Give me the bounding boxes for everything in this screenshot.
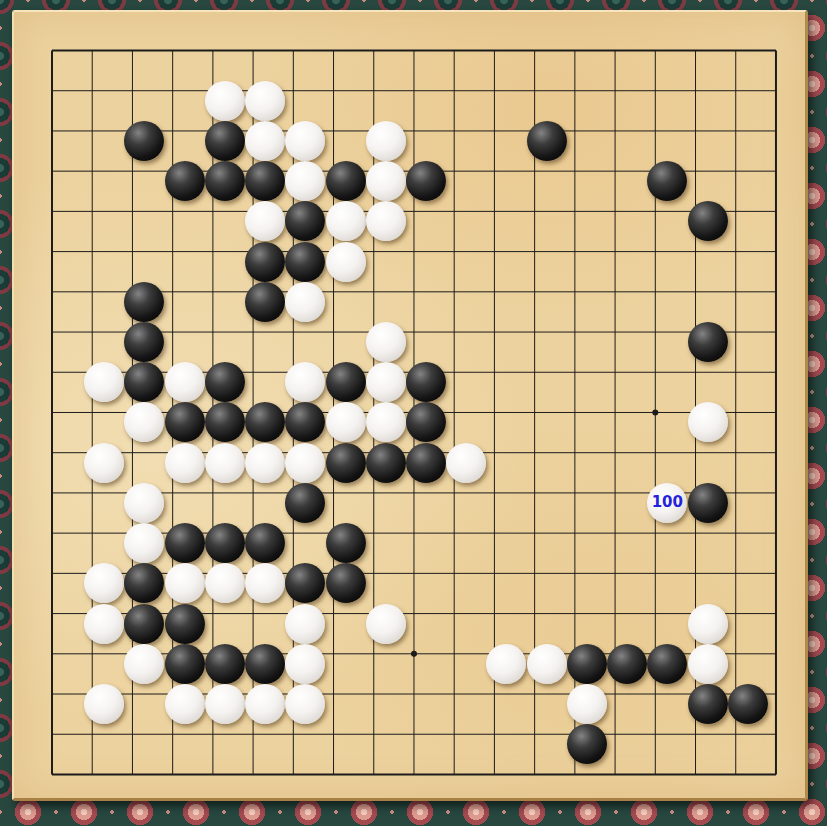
intersection[interactable] xyxy=(647,603,687,643)
intersection[interactable] xyxy=(647,563,687,603)
intersection[interactable] xyxy=(728,362,768,402)
white-stone xyxy=(366,121,406,161)
black-stone xyxy=(406,443,446,483)
intersection[interactable] xyxy=(124,81,164,121)
intersection[interactable] xyxy=(245,483,285,523)
intersection[interactable] xyxy=(567,523,607,563)
intersection[interactable] xyxy=(44,644,84,684)
intersection[interactable] xyxy=(205,724,245,764)
intersection[interactable] xyxy=(84,483,124,523)
intersection[interactable] xyxy=(165,201,205,241)
intersection[interactable] xyxy=(285,523,325,563)
intersection[interactable] xyxy=(446,40,486,80)
intersection xyxy=(84,603,124,643)
intersection[interactable] xyxy=(728,563,768,603)
intersection xyxy=(245,402,285,442)
white-stone xyxy=(326,242,366,282)
intersection[interactable] xyxy=(687,764,727,804)
intersection[interactable] xyxy=(325,724,365,764)
intersection[interactable] xyxy=(446,161,486,201)
intersection[interactable] xyxy=(486,201,526,241)
intersection[interactable] xyxy=(406,81,446,121)
intersection[interactable] xyxy=(567,603,607,643)
intersection[interactable] xyxy=(728,121,768,161)
intersection[interactable] xyxy=(527,764,567,804)
intersection[interactable] xyxy=(607,362,647,402)
intersection[interactable] xyxy=(486,241,526,281)
intersection xyxy=(124,322,164,362)
white-stone xyxy=(285,604,325,644)
intersection[interactable] xyxy=(567,362,607,402)
intersection[interactable] xyxy=(527,161,567,201)
intersection[interactable] xyxy=(527,603,567,643)
intersection[interactable] xyxy=(607,241,647,281)
intersection[interactable] xyxy=(44,201,84,241)
intersection[interactable] xyxy=(84,724,124,764)
intersection[interactable] xyxy=(446,644,486,684)
intersection[interactable] xyxy=(728,523,768,563)
intersection[interactable] xyxy=(406,483,446,523)
intersection[interactable] xyxy=(768,81,808,121)
intersection[interactable] xyxy=(406,282,446,322)
intersection[interactable] xyxy=(84,282,124,322)
black-stone xyxy=(165,161,205,201)
intersection[interactable] xyxy=(728,81,768,121)
intersection[interactable] xyxy=(486,563,526,603)
intersection[interactable] xyxy=(768,724,808,764)
intersection[interactable] xyxy=(325,81,365,121)
intersection[interactable] xyxy=(124,40,164,80)
black-stone xyxy=(326,443,366,483)
intersection[interactable] xyxy=(768,201,808,241)
intersection[interactable] xyxy=(647,121,687,161)
intersection[interactable] xyxy=(44,523,84,563)
intersection[interactable] xyxy=(245,362,285,402)
intersection[interactable] xyxy=(124,161,164,201)
intersection[interactable] xyxy=(446,684,486,724)
intersection xyxy=(687,483,727,523)
intersection[interactable] xyxy=(325,644,365,684)
intersection[interactable] xyxy=(165,241,205,281)
intersection[interactable] xyxy=(607,443,647,483)
intersection xyxy=(245,443,285,483)
intersection[interactable] xyxy=(325,684,365,724)
intersection[interactable] xyxy=(768,40,808,80)
intersection[interactable] xyxy=(607,563,647,603)
intersection[interactable] xyxy=(205,40,245,80)
intersection[interactable] xyxy=(446,724,486,764)
intersection[interactable] xyxy=(406,684,446,724)
intersection[interactable] xyxy=(44,724,84,764)
intersection[interactable] xyxy=(768,121,808,161)
intersection[interactable] xyxy=(607,40,647,80)
intersection[interactable] xyxy=(647,81,687,121)
intersection[interactable] xyxy=(527,563,567,603)
intersection[interactable] xyxy=(366,241,406,281)
white-stone xyxy=(688,644,728,684)
intersection[interactable] xyxy=(527,483,567,523)
intersection[interactable] xyxy=(366,40,406,80)
intersection xyxy=(687,684,727,724)
intersection[interactable] xyxy=(647,322,687,362)
intersection[interactable] xyxy=(527,402,567,442)
black-stone xyxy=(205,523,245,563)
intersection[interactable] xyxy=(768,523,808,563)
intersection[interactable] xyxy=(607,81,647,121)
intersection[interactable] xyxy=(486,282,526,322)
intersection[interactable] xyxy=(44,161,84,201)
intersection[interactable] xyxy=(728,201,768,241)
intersection[interactable] xyxy=(44,362,84,402)
intersection[interactable] xyxy=(84,241,124,281)
intersection[interactable] xyxy=(486,603,526,643)
intersection[interactable] xyxy=(446,241,486,281)
intersection[interactable] xyxy=(687,241,727,281)
white-stone xyxy=(84,563,124,603)
intersection[interactable] xyxy=(647,402,687,442)
intersection[interactable] xyxy=(607,322,647,362)
intersection[interactable] xyxy=(165,40,205,80)
intersection[interactable] xyxy=(728,644,768,684)
intersection[interactable] xyxy=(768,322,808,362)
intersection[interactable] xyxy=(205,241,245,281)
intersection[interactable] xyxy=(245,40,285,80)
intersection[interactable] xyxy=(245,724,285,764)
intersection[interactable] xyxy=(44,40,84,80)
intersection[interactable] xyxy=(84,764,124,804)
intersection[interactable] xyxy=(84,201,124,241)
intersection[interactable] xyxy=(205,483,245,523)
intersection[interactable] xyxy=(768,241,808,281)
intersection[interactable] xyxy=(84,322,124,362)
intersection[interactable] xyxy=(687,121,727,161)
intersection[interactable] xyxy=(768,443,808,483)
intersection[interactable] xyxy=(446,322,486,362)
intersection[interactable] xyxy=(607,764,647,804)
intersection[interactable] xyxy=(245,322,285,362)
intersection[interactable] xyxy=(607,603,647,643)
intersection[interactable] xyxy=(768,764,808,804)
white-stone xyxy=(245,201,285,241)
intersection[interactable] xyxy=(567,161,607,201)
intersection[interactable] xyxy=(486,161,526,201)
intersection[interactable] xyxy=(687,724,727,764)
intersection[interactable] xyxy=(486,322,526,362)
intersection[interactable] xyxy=(366,563,406,603)
intersection[interactable] xyxy=(768,603,808,643)
white-stone xyxy=(285,644,325,684)
intersection[interactable] xyxy=(567,402,607,442)
intersection[interactable] xyxy=(285,322,325,362)
intersection[interactable] xyxy=(325,764,365,804)
intersection[interactable] xyxy=(44,483,84,523)
intersection[interactable] xyxy=(768,282,808,322)
intersection[interactable] xyxy=(607,402,647,442)
intersection[interactable] xyxy=(165,121,205,161)
intersection[interactable] xyxy=(486,483,526,523)
intersection[interactable] xyxy=(285,724,325,764)
intersection[interactable] xyxy=(84,161,124,201)
intersection[interactable] xyxy=(527,724,567,764)
intersection[interactable] xyxy=(728,764,768,804)
black-stone xyxy=(688,684,728,724)
intersection[interactable] xyxy=(687,523,727,563)
intersection[interactable] xyxy=(607,483,647,523)
black-stone xyxy=(124,604,164,644)
intersection[interactable] xyxy=(44,121,84,161)
intersection[interactable] xyxy=(406,241,446,281)
go-app-window: 100 xyxy=(0,0,827,826)
intersection[interactable] xyxy=(124,201,164,241)
intersection[interactable] xyxy=(84,121,124,161)
intersection[interactable] xyxy=(567,322,607,362)
intersection[interactable] xyxy=(567,121,607,161)
intersection[interactable] xyxy=(647,201,687,241)
intersection[interactable] xyxy=(285,81,325,121)
intersection[interactable] xyxy=(84,402,124,442)
intersection[interactable] xyxy=(325,282,365,322)
intersection[interactable] xyxy=(486,362,526,402)
intersection[interactable] xyxy=(607,121,647,161)
intersection[interactable] xyxy=(607,523,647,563)
intersection[interactable] xyxy=(44,603,84,643)
intersection xyxy=(285,443,325,483)
intersection[interactable] xyxy=(205,282,245,322)
intersection[interactable] xyxy=(486,40,526,80)
intersection[interactable] xyxy=(647,443,687,483)
intersection[interactable] xyxy=(728,483,768,523)
intersection[interactable] xyxy=(165,322,205,362)
intersection[interactable] xyxy=(446,764,486,804)
intersection[interactable] xyxy=(527,443,567,483)
intersection[interactable] xyxy=(527,322,567,362)
intersection[interactable] xyxy=(325,121,365,161)
intersection[interactable] xyxy=(728,322,768,362)
intersection[interactable] xyxy=(285,40,325,80)
intersection[interactable] xyxy=(44,443,84,483)
black-stone xyxy=(326,563,366,603)
intersection[interactable] xyxy=(647,40,687,80)
intersection[interactable] xyxy=(406,322,446,362)
intersection[interactable] xyxy=(527,40,567,80)
intersection[interactable] xyxy=(446,121,486,161)
intersection[interactable] xyxy=(366,523,406,563)
intersection[interactable] xyxy=(44,402,84,442)
intersection[interactable] xyxy=(567,563,607,603)
intersection[interactable] xyxy=(768,563,808,603)
intersection[interactable] xyxy=(446,362,486,402)
black-stone xyxy=(326,362,366,402)
intersection[interactable] xyxy=(205,603,245,643)
black-stone xyxy=(165,402,205,442)
move-number-label: 100 xyxy=(652,495,683,510)
intersection[interactable] xyxy=(527,241,567,281)
intersection[interactable] xyxy=(567,241,607,281)
intersection xyxy=(366,443,406,483)
intersection[interactable] xyxy=(124,443,164,483)
intersection[interactable] xyxy=(446,81,486,121)
intersection[interactable] xyxy=(44,764,84,804)
intersection[interactable] xyxy=(124,724,164,764)
intersection[interactable] xyxy=(687,40,727,80)
intersection[interactable] xyxy=(486,523,526,563)
intersection[interactable] xyxy=(567,483,607,523)
intersection xyxy=(366,121,406,161)
intersection[interactable] xyxy=(205,201,245,241)
intersection[interactable] xyxy=(607,724,647,764)
intersection[interactable] xyxy=(366,282,406,322)
intersection[interactable] xyxy=(768,402,808,442)
intersection[interactable] xyxy=(366,724,406,764)
intersection[interactable] xyxy=(607,684,647,724)
intersection[interactable] xyxy=(527,362,567,402)
intersection[interactable] xyxy=(84,644,124,684)
intersection[interactable] xyxy=(687,362,727,402)
intersection[interactable] xyxy=(728,402,768,442)
intersection[interactable] xyxy=(406,121,446,161)
intersection[interactable] xyxy=(44,563,84,603)
intersection[interactable] xyxy=(446,402,486,442)
intersection[interactable] xyxy=(567,40,607,80)
intersection[interactable] xyxy=(165,764,205,804)
intersection[interactable] xyxy=(44,241,84,281)
intersection[interactable] xyxy=(44,282,84,322)
intersection[interactable] xyxy=(406,764,446,804)
intersection[interactable] xyxy=(728,241,768,281)
intersection xyxy=(245,523,285,563)
intersection[interactable] xyxy=(486,121,526,161)
intersection[interactable] xyxy=(728,603,768,643)
intersection[interactable] xyxy=(325,322,365,362)
intersection[interactable] xyxy=(768,483,808,523)
intersection[interactable] xyxy=(406,523,446,563)
intersection xyxy=(285,483,325,523)
black-stone xyxy=(647,161,687,201)
intersection[interactable] xyxy=(44,684,84,724)
intersection[interactable] xyxy=(245,764,285,804)
intersection[interactable] xyxy=(406,724,446,764)
black-stone xyxy=(406,362,446,402)
intersection[interactable] xyxy=(44,81,84,121)
intersection[interactable] xyxy=(728,443,768,483)
intersection[interactable] xyxy=(165,483,205,523)
intersection[interactable] xyxy=(406,40,446,80)
intersection[interactable] xyxy=(84,523,124,563)
intersection[interactable] xyxy=(728,161,768,201)
intersection[interactable] xyxy=(486,724,526,764)
intersection[interactable] xyxy=(647,684,687,724)
intersection[interactable] xyxy=(446,603,486,643)
intersection[interactable] xyxy=(647,764,687,804)
intersection[interactable] xyxy=(446,282,486,322)
intersection[interactable] xyxy=(446,483,486,523)
intersection[interactable] xyxy=(486,443,526,483)
intersection[interactable] xyxy=(245,603,285,643)
intersection[interactable] xyxy=(366,684,406,724)
intersection[interactable] xyxy=(84,81,124,121)
intersection[interactable] xyxy=(687,563,727,603)
intersection xyxy=(285,563,325,603)
intersection[interactable] xyxy=(165,81,205,121)
intersection[interactable] xyxy=(647,724,687,764)
intersection[interactable] xyxy=(607,282,647,322)
intersection[interactable] xyxy=(446,563,486,603)
intersection[interactable] xyxy=(366,644,406,684)
intersection[interactable] xyxy=(325,483,365,523)
intersection[interactable] xyxy=(567,201,607,241)
intersection[interactable] xyxy=(406,563,446,603)
intersection[interactable] xyxy=(768,644,808,684)
intersection[interactable] xyxy=(84,40,124,80)
intersection[interactable] xyxy=(607,161,647,201)
intersection[interactable] xyxy=(366,764,406,804)
intersection[interactable] xyxy=(768,161,808,201)
intersection[interactable] xyxy=(406,201,446,241)
intersection[interactable] xyxy=(768,684,808,724)
intersection[interactable] xyxy=(446,201,486,241)
intersection[interactable] xyxy=(366,483,406,523)
intersection[interactable] xyxy=(124,684,164,724)
intersection[interactable] xyxy=(527,684,567,724)
intersection[interactable] xyxy=(285,764,325,804)
intersection xyxy=(285,644,325,684)
intersection[interactable] xyxy=(607,201,647,241)
intersection[interactable] xyxy=(325,603,365,643)
intersection[interactable] xyxy=(647,523,687,563)
intersection[interactable] xyxy=(647,241,687,281)
intersection[interactable] xyxy=(165,282,205,322)
intersection[interactable] xyxy=(486,764,526,804)
intersection[interactable] xyxy=(728,40,768,80)
intersection[interactable] xyxy=(124,241,164,281)
intersection[interactable] xyxy=(325,40,365,80)
intersection[interactable] xyxy=(406,644,446,684)
intersection[interactable] xyxy=(687,161,727,201)
intersection[interactable] xyxy=(647,282,687,322)
intersection[interactable] xyxy=(567,443,607,483)
intersection[interactable] xyxy=(687,443,727,483)
intersection[interactable] xyxy=(567,764,607,804)
intersection[interactable] xyxy=(165,724,205,764)
intersection[interactable] xyxy=(527,201,567,241)
white-stone xyxy=(245,684,285,724)
intersection[interactable] xyxy=(527,282,567,322)
intersection[interactable] xyxy=(768,362,808,402)
intersection[interactable] xyxy=(567,81,607,121)
intersection[interactable] xyxy=(205,322,245,362)
intersection[interactable] xyxy=(44,322,84,362)
intersection xyxy=(245,282,285,322)
intersection[interactable] xyxy=(728,724,768,764)
intersection[interactable] xyxy=(486,684,526,724)
intersection[interactable] xyxy=(647,362,687,402)
intersection xyxy=(124,523,164,563)
intersection[interactable] xyxy=(567,282,607,322)
intersection[interactable] xyxy=(486,402,526,442)
intersection[interactable] xyxy=(486,81,526,121)
intersection[interactable] xyxy=(687,81,727,121)
intersection[interactable] xyxy=(687,282,727,322)
intersection[interactable] xyxy=(446,523,486,563)
intersection[interactable] xyxy=(728,282,768,322)
intersection[interactable] xyxy=(205,764,245,804)
intersection xyxy=(285,241,325,281)
intersection[interactable] xyxy=(366,81,406,121)
intersection[interactable] xyxy=(406,603,446,643)
intersection[interactable] xyxy=(527,81,567,121)
intersection[interactable] xyxy=(124,764,164,804)
intersection[interactable] xyxy=(527,523,567,563)
